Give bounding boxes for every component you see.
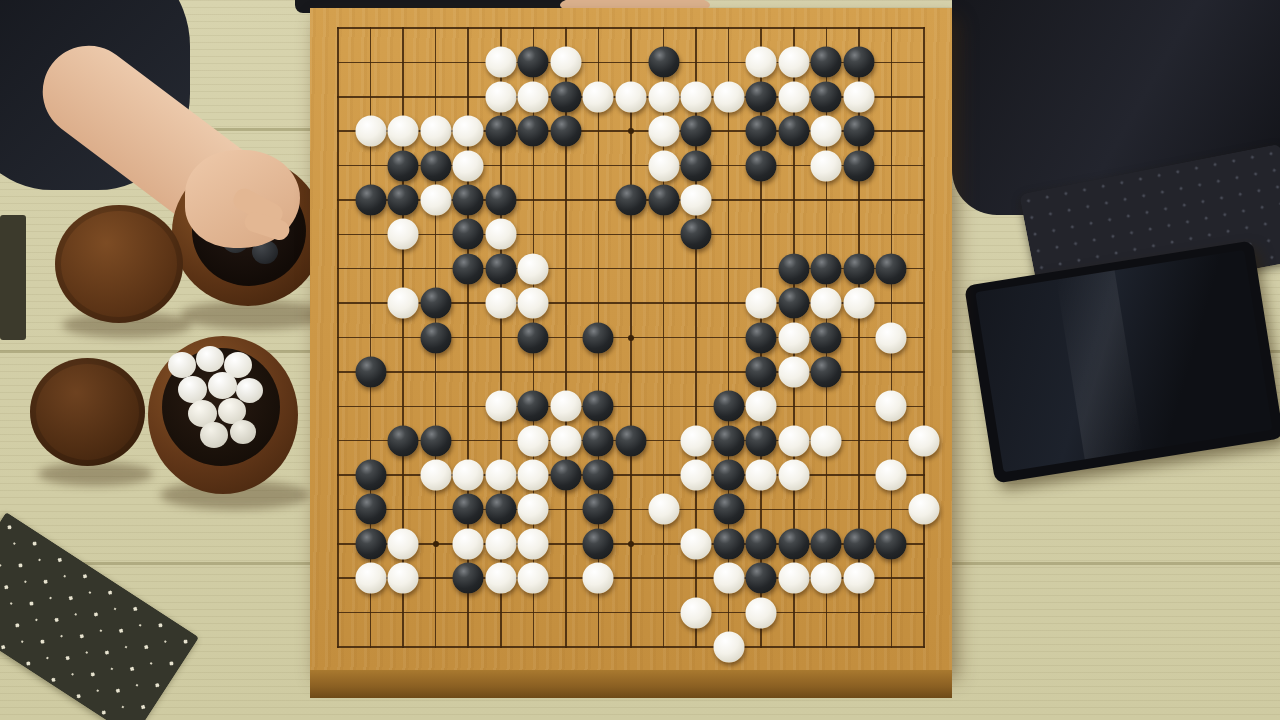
go-board-front-face [310, 670, 952, 698]
black-stone [518, 391, 549, 422]
black-stone [453, 219, 484, 250]
black-stone [518, 116, 549, 147]
white-stone [746, 47, 777, 78]
black-stone [746, 425, 777, 456]
grid-line-horizontal [337, 612, 925, 614]
tablet [964, 240, 1280, 483]
photo-overhead-go-scene [0, 0, 1280, 720]
white-stone [420, 460, 451, 491]
white-stone [843, 563, 874, 594]
black-stone [746, 81, 777, 112]
white-stone [876, 322, 907, 353]
black-stone [420, 150, 451, 181]
white-stone [616, 81, 647, 112]
black-stone [550, 460, 581, 491]
black-stone [843, 528, 874, 559]
white-stone [485, 460, 516, 491]
white-stone [746, 391, 777, 422]
white-stone [583, 563, 614, 594]
white-stone [681, 460, 712, 491]
black-stone [713, 391, 744, 422]
black-stone [681, 219, 712, 250]
black-stone [453, 184, 484, 215]
white-stone [778, 356, 809, 387]
black-stone [746, 356, 777, 387]
go-board [310, 8, 952, 670]
white-stone [681, 184, 712, 215]
white-stone [453, 116, 484, 147]
black-stone [811, 47, 842, 78]
black-stone [811, 322, 842, 353]
black-stone [388, 425, 419, 456]
white-stone [746, 460, 777, 491]
black-stone [746, 563, 777, 594]
white-stone [485, 563, 516, 594]
black-stone [355, 460, 386, 491]
black-stone [550, 116, 581, 147]
white-stone [648, 150, 679, 181]
white-stones-in-bowl [168, 352, 196, 378]
black-stone [746, 150, 777, 181]
black-stone [713, 460, 744, 491]
star-point [628, 541, 634, 547]
black-stone [843, 150, 874, 181]
white-stone [746, 597, 777, 628]
black-stone [453, 494, 484, 525]
black-bowl-lid [55, 205, 183, 323]
white-stone [648, 116, 679, 147]
white-stone [778, 460, 809, 491]
white-stone [876, 460, 907, 491]
white-stone [453, 150, 484, 181]
white-stone [420, 116, 451, 147]
white-stone [909, 494, 940, 525]
black-stone [746, 528, 777, 559]
black-stone [355, 184, 386, 215]
black-stone [811, 356, 842, 387]
white-stone [843, 288, 874, 319]
black-stone [648, 184, 679, 215]
white-stone [518, 460, 549, 491]
black-stone [550, 81, 581, 112]
tatami-border-edge-left [0, 215, 26, 340]
white-stone [876, 391, 907, 422]
white-stones-in-bowl [200, 422, 228, 448]
black-stone [616, 184, 647, 215]
black-stone [746, 322, 777, 353]
black-stone [811, 528, 842, 559]
white-stone [811, 116, 842, 147]
white-stone [485, 288, 516, 319]
white-stone [518, 253, 549, 284]
black-stone [843, 47, 874, 78]
white-stone [388, 288, 419, 319]
black-stone [811, 253, 842, 284]
black-stone [876, 253, 907, 284]
white-stone [648, 494, 679, 525]
white-stone [909, 425, 940, 456]
black-stone [778, 253, 809, 284]
black-stone [843, 116, 874, 147]
black-stone [388, 184, 419, 215]
white-stone [811, 425, 842, 456]
black-stone [713, 528, 744, 559]
white-stone [811, 288, 842, 319]
black-stone [681, 150, 712, 181]
black-stone [485, 116, 516, 147]
star-point [433, 541, 439, 547]
white-stone [355, 116, 386, 147]
white-stone [550, 425, 581, 456]
white-stone [518, 425, 549, 456]
black-stone [355, 494, 386, 525]
black-stone [583, 322, 614, 353]
white-stones-in-bowl [230, 420, 256, 444]
black-stone [518, 322, 549, 353]
white-stone [485, 391, 516, 422]
white-stone [550, 47, 581, 78]
black-stone [355, 356, 386, 387]
black-stone [843, 253, 874, 284]
white-stone [550, 391, 581, 422]
black-stone [518, 47, 549, 78]
black-stone [648, 47, 679, 78]
white-stone [388, 116, 419, 147]
white-stone [746, 288, 777, 319]
black-stone [713, 425, 744, 456]
white-stone [518, 563, 549, 594]
star-point [628, 335, 634, 341]
black-stone [420, 288, 451, 319]
black-stone [583, 391, 614, 422]
grid-line-horizontal [337, 646, 925, 648]
grid-line-vertical [923, 27, 925, 648]
black-stone [583, 494, 614, 525]
black-stone [778, 288, 809, 319]
white-stone [648, 81, 679, 112]
black-stone [778, 116, 809, 147]
white-stone [388, 563, 419, 594]
black-stone [453, 253, 484, 284]
black-stone [583, 425, 614, 456]
white-stone [485, 219, 516, 250]
black-stone [583, 460, 614, 491]
white-stone [518, 494, 549, 525]
white-stone [518, 288, 549, 319]
black-stone [713, 494, 744, 525]
white-stone [713, 632, 744, 663]
white-stone [485, 528, 516, 559]
white-stone [778, 425, 809, 456]
black-stone [616, 425, 647, 456]
white-stone [388, 219, 419, 250]
black-stone [420, 322, 451, 353]
lid-shadow [38, 462, 153, 486]
black-stone [746, 116, 777, 147]
white-stone [778, 47, 809, 78]
white-stone [843, 81, 874, 112]
white-stone [811, 563, 842, 594]
black-stone [811, 81, 842, 112]
white-stone [681, 528, 712, 559]
white-stones-in-bowl [196, 346, 224, 372]
black-stone [583, 528, 614, 559]
screen-reflection [1056, 270, 1144, 459]
white-stone [713, 81, 744, 112]
white-stone [355, 563, 386, 594]
black-stone [485, 494, 516, 525]
white-stone [453, 528, 484, 559]
white-stones-in-bowl [236, 378, 263, 403]
black-stone [420, 425, 451, 456]
white-stone [518, 528, 549, 559]
white-stone [811, 150, 842, 181]
white-bowl-lid [30, 358, 145, 466]
tatami-border-pattern-bottom-left [0, 512, 199, 720]
white-stone [778, 322, 809, 353]
white-stone [681, 597, 712, 628]
white-stone [681, 81, 712, 112]
tablet-screen [975, 250, 1272, 472]
star-point [628, 128, 634, 134]
white-stone [453, 460, 484, 491]
white-stone [485, 47, 516, 78]
white-stone [713, 563, 744, 594]
black-stone [453, 563, 484, 594]
white-stone [485, 81, 516, 112]
white-stone [388, 528, 419, 559]
white-stone [778, 563, 809, 594]
white-stone [518, 81, 549, 112]
black-stone [485, 184, 516, 215]
grid-line-horizontal [337, 509, 925, 511]
grid-line-horizontal [337, 406, 925, 408]
black-stone [388, 150, 419, 181]
white-stone [583, 81, 614, 112]
black-stone [778, 528, 809, 559]
white-stone [681, 425, 712, 456]
black-stone [485, 253, 516, 284]
white-stones-in-bowl [208, 372, 237, 399]
white-stones-in-bowl [178, 376, 207, 403]
black-stone [681, 116, 712, 147]
black-stone [355, 528, 386, 559]
white-stone [420, 184, 451, 215]
black-stone [876, 528, 907, 559]
white-stone [778, 81, 809, 112]
